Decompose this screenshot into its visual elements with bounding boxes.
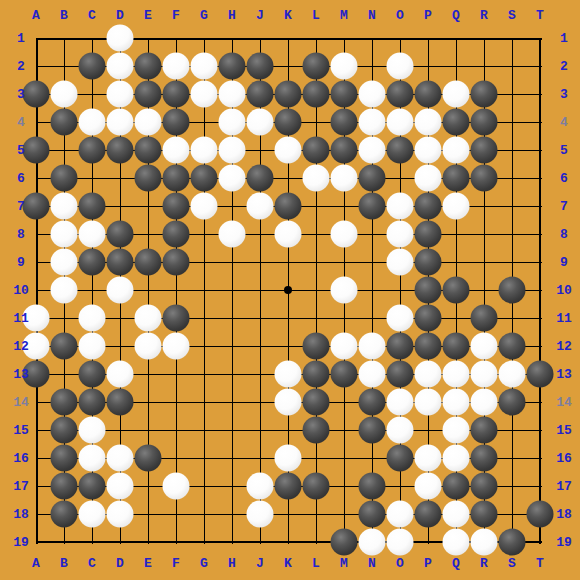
black-stone (303, 81, 330, 108)
column-label-top: Q (452, 9, 460, 22)
white-stone (51, 277, 78, 304)
black-stone (79, 53, 106, 80)
black-stone (79, 137, 106, 164)
column-label-bottom: J (256, 557, 264, 570)
black-stone (79, 249, 106, 276)
white-stone (163, 333, 190, 360)
white-stone (247, 501, 274, 528)
black-stone (471, 137, 498, 164)
white-stone (135, 333, 162, 360)
white-stone (359, 361, 386, 388)
white-stone (443, 81, 470, 108)
black-stone (247, 53, 274, 80)
black-stone (415, 81, 442, 108)
black-stone (527, 501, 554, 528)
row-label-right: 8 (560, 228, 568, 241)
black-stone (359, 165, 386, 192)
black-stone (135, 445, 162, 472)
black-stone (51, 473, 78, 500)
white-stone (107, 361, 134, 388)
black-stone (163, 305, 190, 332)
black-stone (443, 473, 470, 500)
row-label-right: 2 (560, 60, 568, 73)
column-label-top: A (32, 9, 40, 22)
column-label-top: D (116, 9, 124, 22)
black-stone (79, 193, 106, 220)
white-stone (359, 109, 386, 136)
black-stone (359, 193, 386, 220)
white-stone (471, 361, 498, 388)
row-label-right: 3 (560, 88, 568, 101)
column-label-bottom: H (228, 557, 236, 570)
white-stone (219, 137, 246, 164)
black-stone (107, 221, 134, 248)
black-stone (79, 473, 106, 500)
white-stone (415, 445, 442, 472)
black-stone (51, 417, 78, 444)
black-stone (51, 501, 78, 528)
black-stone (275, 473, 302, 500)
white-stone (331, 333, 358, 360)
grid-line-vertical (316, 38, 317, 544)
column-label-bottom: D (116, 557, 124, 570)
black-stone (79, 389, 106, 416)
column-label-top: S (508, 9, 516, 22)
white-stone (359, 529, 386, 556)
white-stone (51, 249, 78, 276)
black-stone (275, 193, 302, 220)
column-label-top: E (144, 9, 152, 22)
black-stone (443, 109, 470, 136)
row-label-left: 6 (17, 172, 25, 185)
black-stone (387, 81, 414, 108)
black-stone (163, 109, 190, 136)
white-stone (79, 445, 106, 472)
white-stone (359, 137, 386, 164)
white-stone (415, 473, 442, 500)
white-stone (79, 109, 106, 136)
column-label-bottom: T (536, 557, 544, 570)
black-stone (163, 249, 190, 276)
column-label-bottom: M (340, 557, 348, 570)
white-stone (471, 529, 498, 556)
white-stone (359, 81, 386, 108)
white-stone (387, 221, 414, 248)
black-stone (387, 137, 414, 164)
black-stone (331, 81, 358, 108)
white-stone (51, 193, 78, 220)
grid-line-vertical (36, 38, 38, 544)
column-label-top: L (312, 9, 320, 22)
black-stone (359, 501, 386, 528)
white-stone (303, 165, 330, 192)
white-stone (107, 81, 134, 108)
white-stone (191, 193, 218, 220)
white-stone (331, 165, 358, 192)
black-stone (275, 109, 302, 136)
white-stone (107, 501, 134, 528)
black-stone (415, 501, 442, 528)
column-label-top: T (536, 9, 544, 22)
black-stone (163, 221, 190, 248)
column-label-bottom: E (144, 557, 152, 570)
black-stone (415, 277, 442, 304)
black-stone (303, 473, 330, 500)
white-stone (219, 165, 246, 192)
row-label-left: 9 (17, 256, 25, 269)
black-stone (415, 221, 442, 248)
black-stone (23, 193, 50, 220)
white-stone (247, 193, 274, 220)
row-label-right: 11 (556, 312, 572, 325)
black-stone (359, 389, 386, 416)
row-label-left: 15 (13, 424, 29, 437)
white-stone (79, 417, 106, 444)
row-label-left: 3 (17, 88, 25, 101)
row-label-left: 10 (13, 284, 29, 297)
white-stone (415, 165, 442, 192)
black-stone (135, 53, 162, 80)
white-stone (191, 137, 218, 164)
black-stone (359, 417, 386, 444)
white-stone (359, 333, 386, 360)
column-label-bottom: Q (452, 557, 460, 570)
row-label-left: 17 (13, 480, 29, 493)
go-board[interactable]: AABBCCDDEEFFGGHHJJKKLLMMNNOOPPQQRRSSTT11… (0, 0, 580, 580)
column-label-bottom: P (424, 557, 432, 570)
white-stone (415, 137, 442, 164)
row-label-left: 11 (13, 312, 29, 325)
black-stone (527, 361, 554, 388)
column-label-top: R (480, 9, 488, 22)
column-label-bottom: K (284, 557, 292, 570)
black-stone (51, 333, 78, 360)
black-stone (471, 109, 498, 136)
white-stone (387, 249, 414, 276)
white-stone (387, 109, 414, 136)
white-stone (443, 445, 470, 472)
black-stone (471, 165, 498, 192)
black-stone (471, 81, 498, 108)
column-label-top: H (228, 9, 236, 22)
black-stone (387, 333, 414, 360)
black-stone (163, 81, 190, 108)
white-stone (471, 389, 498, 416)
star-point (284, 286, 292, 294)
black-stone (107, 137, 134, 164)
black-stone (51, 389, 78, 416)
black-stone (415, 305, 442, 332)
white-stone (443, 137, 470, 164)
white-stone (163, 473, 190, 500)
white-stone (219, 109, 246, 136)
black-stone (51, 445, 78, 472)
white-stone (471, 333, 498, 360)
white-stone (387, 389, 414, 416)
black-stone (359, 473, 386, 500)
row-label-left: 16 (13, 452, 29, 465)
white-stone (387, 417, 414, 444)
white-stone (107, 25, 134, 52)
row-label-right: 1 (560, 32, 568, 45)
white-stone (275, 389, 302, 416)
white-stone (107, 445, 134, 472)
row-label-left: 18 (13, 508, 29, 521)
row-label-right: 5 (560, 144, 568, 157)
black-stone (331, 361, 358, 388)
white-stone (387, 305, 414, 332)
column-label-bottom: O (396, 557, 404, 570)
white-stone (247, 109, 274, 136)
white-stone (163, 137, 190, 164)
black-stone (499, 389, 526, 416)
row-label-right: 16 (556, 452, 572, 465)
black-stone (331, 109, 358, 136)
white-stone (107, 277, 134, 304)
black-stone (331, 529, 358, 556)
white-stone (51, 81, 78, 108)
black-stone (443, 277, 470, 304)
column-label-top: N (368, 9, 376, 22)
black-stone (415, 193, 442, 220)
white-stone (107, 53, 134, 80)
row-label-right: 6 (560, 172, 568, 185)
white-stone (331, 221, 358, 248)
row-label-right: 10 (556, 284, 572, 297)
white-stone (79, 221, 106, 248)
white-stone (219, 221, 246, 248)
row-label-right: 18 (556, 508, 572, 521)
column-label-bottom: R (480, 557, 488, 570)
column-label-top: G (200, 9, 208, 22)
white-stone (387, 529, 414, 556)
column-label-bottom: G (200, 557, 208, 570)
column-label-top: J (256, 9, 264, 22)
black-stone (303, 53, 330, 80)
white-stone (247, 473, 274, 500)
white-stone (79, 501, 106, 528)
white-stone (107, 473, 134, 500)
column-label-bottom: N (368, 557, 376, 570)
white-stone (499, 361, 526, 388)
black-stone (79, 361, 106, 388)
column-label-bottom: C (88, 557, 96, 570)
white-stone (415, 389, 442, 416)
black-stone (331, 137, 358, 164)
black-stone (415, 249, 442, 276)
black-stone (303, 417, 330, 444)
row-label-left: 5 (17, 144, 25, 157)
white-stone (51, 221, 78, 248)
row-label-left: 12 (13, 340, 29, 353)
row-label-left: 2 (17, 60, 25, 73)
black-stone (135, 249, 162, 276)
row-label-right: 17 (556, 480, 572, 493)
row-label-left: 1 (17, 32, 25, 45)
white-stone (443, 361, 470, 388)
column-label-top: O (396, 9, 404, 22)
black-stone (275, 81, 302, 108)
black-stone (387, 445, 414, 472)
black-stone (499, 333, 526, 360)
black-stone (303, 333, 330, 360)
black-stone (163, 165, 190, 192)
white-stone (79, 305, 106, 332)
white-stone (387, 53, 414, 80)
black-stone (191, 165, 218, 192)
black-stone (471, 501, 498, 528)
white-stone (135, 305, 162, 332)
row-label-right: 19 (556, 536, 572, 549)
white-stone (331, 277, 358, 304)
black-stone (135, 137, 162, 164)
black-stone (247, 165, 274, 192)
white-stone (275, 221, 302, 248)
black-stone (443, 333, 470, 360)
white-stone (443, 389, 470, 416)
row-label-left: 4 (17, 116, 25, 129)
black-stone (387, 361, 414, 388)
white-stone (387, 193, 414, 220)
white-stone (275, 445, 302, 472)
row-label-right: 14 (556, 396, 572, 409)
white-stone (275, 137, 302, 164)
black-stone (471, 417, 498, 444)
row-label-right: 4 (560, 116, 568, 129)
black-stone (107, 389, 134, 416)
row-label-right: 15 (556, 424, 572, 437)
row-label-left: 19 (13, 536, 29, 549)
column-label-top: M (340, 9, 348, 22)
black-stone (51, 109, 78, 136)
white-stone (331, 53, 358, 80)
white-stone (191, 81, 218, 108)
black-stone (163, 193, 190, 220)
column-label-bottom: F (172, 557, 180, 570)
black-stone (471, 445, 498, 472)
black-stone (303, 137, 330, 164)
column-label-top: C (88, 9, 96, 22)
white-stone (443, 193, 470, 220)
white-stone (275, 361, 302, 388)
column-label-bottom: L (312, 557, 320, 570)
row-label-left: 14 (13, 396, 29, 409)
white-stone (415, 109, 442, 136)
white-stone (443, 417, 470, 444)
column-label-bottom: B (60, 557, 68, 570)
row-label-left: 7 (17, 200, 25, 213)
black-stone (303, 389, 330, 416)
column-label-top: K (284, 9, 292, 22)
column-label-bottom: S (508, 557, 516, 570)
black-stone (499, 277, 526, 304)
row-label-right: 13 (556, 368, 572, 381)
black-stone (443, 165, 470, 192)
white-stone (135, 109, 162, 136)
grid-line-horizontal (36, 318, 542, 319)
column-label-top: B (60, 9, 68, 22)
white-stone (387, 501, 414, 528)
grid-line-vertical (204, 38, 205, 544)
white-stone (163, 53, 190, 80)
column-label-top: F (172, 9, 180, 22)
black-stone (471, 305, 498, 332)
column-label-top: P (424, 9, 432, 22)
row-label-right: 9 (560, 256, 568, 269)
black-stone (135, 81, 162, 108)
black-stone (107, 249, 134, 276)
black-stone (23, 81, 50, 108)
black-stone (247, 81, 274, 108)
row-label-left: 8 (17, 228, 25, 241)
black-stone (471, 473, 498, 500)
row-label-right: 12 (556, 340, 572, 353)
white-stone (219, 81, 246, 108)
black-stone (415, 333, 442, 360)
black-stone (51, 165, 78, 192)
row-label-right: 7 (560, 200, 568, 213)
black-stone (135, 165, 162, 192)
white-stone (415, 361, 442, 388)
black-stone (303, 361, 330, 388)
black-stone (499, 529, 526, 556)
white-stone (191, 53, 218, 80)
black-stone (23, 137, 50, 164)
white-stone (443, 529, 470, 556)
column-label-bottom: A (32, 557, 40, 570)
white-stone (443, 501, 470, 528)
black-stone (219, 53, 246, 80)
grid-line-vertical (539, 38, 541, 544)
row-label-left: 13 (13, 368, 29, 381)
white-stone (79, 333, 106, 360)
white-stone (107, 109, 134, 136)
